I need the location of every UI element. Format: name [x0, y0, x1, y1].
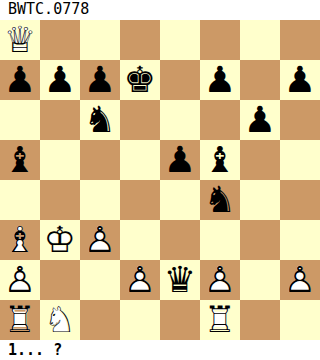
white-piece-outline: ♔: [40, 220, 80, 260]
square-g1[interactable]: [240, 300, 280, 340]
piece-white-rook: ♜♖: [0, 300, 40, 340]
square-h6[interactable]: [280, 100, 320, 140]
black-piece-glyph: ♟: [200, 60, 240, 100]
square-a6[interactable]: [0, 100, 40, 140]
piece-white-queen: ♛♕: [0, 20, 40, 60]
white-piece-outline: ♙: [120, 260, 160, 300]
black-piece-glyph: ♝: [200, 140, 240, 180]
square-b8[interactable]: [40, 20, 80, 60]
page-title: BWTC.0778: [0, 0, 320, 20]
square-d1[interactable]: [120, 300, 160, 340]
piece-black-pawn: ♟: [40, 60, 80, 100]
square-a1[interactable]: ♜♖: [0, 300, 40, 340]
square-e3[interactable]: [160, 220, 200, 260]
square-h7[interactable]: ♟: [280, 60, 320, 100]
square-a7[interactable]: ♟: [0, 60, 40, 100]
white-piece-outline: ♙: [80, 220, 120, 260]
square-d5[interactable]: [120, 140, 160, 180]
square-b6[interactable]: [40, 100, 80, 140]
black-piece-glyph: ♟: [240, 100, 280, 140]
square-f2[interactable]: ♟♙: [200, 260, 240, 300]
square-d8[interactable]: [120, 20, 160, 60]
square-h5[interactable]: [280, 140, 320, 180]
piece-black-pawn: ♟: [240, 100, 280, 140]
square-b4[interactable]: [40, 180, 80, 220]
square-c3[interactable]: ♟♙: [80, 220, 120, 260]
square-h8[interactable]: [280, 20, 320, 60]
piece-black-queen: ♛: [160, 260, 200, 300]
square-e8[interactable]: [160, 20, 200, 60]
piece-black-pawn: ♟: [200, 60, 240, 100]
square-a2[interactable]: ♟♙: [0, 260, 40, 300]
black-piece-glyph: ♟: [40, 60, 80, 100]
piece-black-king: ♚: [120, 60, 160, 100]
square-b2[interactable]: [40, 260, 80, 300]
piece-white-pawn: ♟♙: [280, 260, 320, 300]
black-piece-glyph: ♟: [80, 60, 120, 100]
move-prompt-label: 1... ?: [8, 341, 62, 359]
piece-black-pawn: ♟: [280, 60, 320, 100]
square-e6[interactable]: [160, 100, 200, 140]
square-d6[interactable]: [120, 100, 160, 140]
piece-white-king: ♚♔: [40, 220, 80, 260]
square-g8[interactable]: [240, 20, 280, 60]
piece-black-knight: ♞: [80, 100, 120, 140]
square-h3[interactable]: [280, 220, 320, 260]
piece-white-bishop: ♝♗: [0, 220, 40, 260]
square-f6[interactable]: [200, 100, 240, 140]
black-piece-glyph: ♛: [160, 260, 200, 300]
square-c2[interactable]: [80, 260, 120, 300]
square-f4[interactable]: ♞: [200, 180, 240, 220]
square-g4[interactable]: [240, 180, 280, 220]
square-a8[interactable]: ♛♕: [0, 20, 40, 60]
square-f3[interactable]: [200, 220, 240, 260]
square-e4[interactable]: [160, 180, 200, 220]
piece-white-pawn: ♟♙: [120, 260, 160, 300]
square-a4[interactable]: [0, 180, 40, 220]
piece-white-pawn: ♟♙: [0, 260, 40, 300]
status-bar: 1... ?: [0, 340, 320, 360]
square-h4[interactable]: [280, 180, 320, 220]
square-d2[interactable]: ♟♙: [120, 260, 160, 300]
black-piece-glyph: ♚: [120, 60, 160, 100]
square-g7[interactable]: [240, 60, 280, 100]
square-c4[interactable]: [80, 180, 120, 220]
piece-white-knight: ♞♘: [40, 300, 80, 340]
square-b1[interactable]: ♞♘: [40, 300, 80, 340]
square-c1[interactable]: [80, 300, 120, 340]
square-c6[interactable]: ♞: [80, 100, 120, 140]
square-h2[interactable]: ♟♙: [280, 260, 320, 300]
white-piece-outline: ♘: [40, 300, 80, 340]
square-g2[interactable]: [240, 260, 280, 300]
square-e5[interactable]: ♟: [160, 140, 200, 180]
black-piece-glyph: ♟: [160, 140, 200, 180]
piece-black-knight: ♞: [200, 180, 240, 220]
piece-white-rook: ♜♖: [200, 300, 240, 340]
square-g6[interactable]: ♟: [240, 100, 280, 140]
square-f8[interactable]: [200, 20, 240, 60]
piece-black-bishop: ♝: [0, 140, 40, 180]
square-e1[interactable]: [160, 300, 200, 340]
black-piece-glyph: ♟: [0, 60, 40, 100]
white-piece-outline: ♖: [200, 300, 240, 340]
square-e2[interactable]: ♛: [160, 260, 200, 300]
square-a5[interactable]: ♝: [0, 140, 40, 180]
white-piece-outline: ♖: [0, 300, 40, 340]
square-h1[interactable]: [280, 300, 320, 340]
square-g5[interactable]: [240, 140, 280, 180]
square-d7[interactable]: ♚: [120, 60, 160, 100]
piece-black-pawn: ♟: [80, 60, 120, 100]
piece-white-pawn: ♟♙: [80, 220, 120, 260]
white-piece-outline: ♙: [280, 260, 320, 300]
square-c8[interactable]: [80, 20, 120, 60]
black-piece-glyph: ♞: [80, 100, 120, 140]
square-b5[interactable]: [40, 140, 80, 180]
square-f7[interactable]: ♟: [200, 60, 240, 100]
white-piece-outline: ♗: [0, 220, 40, 260]
black-piece-glyph: ♞: [200, 180, 240, 220]
square-b7[interactable]: ♟: [40, 60, 80, 100]
black-piece-glyph: ♝: [0, 140, 40, 180]
piece-black-pawn: ♟: [160, 140, 200, 180]
square-f5[interactable]: ♝: [200, 140, 240, 180]
chess-app-window: BWTC.0778 ♛♕♟♟♟♚♟♟♞♟♝♟♝♞♝♗♚♔♟♙♟♙♟♙♛♟♙♟♙♜…: [0, 0, 320, 360]
square-b3[interactable]: ♚♔: [40, 220, 80, 260]
square-f1[interactable]: ♜♖: [200, 300, 240, 340]
piece-black-bishop: ♝: [200, 140, 240, 180]
black-piece-glyph: ♟: [280, 60, 320, 100]
square-g3[interactable]: [240, 220, 280, 260]
square-c5[interactable]: [80, 140, 120, 180]
square-d4[interactable]: [120, 180, 160, 220]
square-a3[interactable]: ♝♗: [0, 220, 40, 260]
square-d3[interactable]: [120, 220, 160, 260]
piece-white-pawn: ♟♙: [200, 260, 240, 300]
white-piece-outline: ♙: [200, 260, 240, 300]
piece-black-pawn: ♟: [0, 60, 40, 100]
square-c7[interactable]: ♟: [80, 60, 120, 100]
white-piece-outline: ♙: [0, 260, 40, 300]
puzzle-id-label: BWTC.0778: [8, 0, 89, 18]
white-piece-outline: ♕: [0, 20, 40, 60]
square-e7[interactable]: [160, 60, 200, 100]
chess-board: ♛♕♟♟♟♚♟♟♞♟♝♟♝♞♝♗♚♔♟♙♟♙♟♙♛♟♙♟♙♜♖♞♘♜♖: [0, 20, 320, 340]
